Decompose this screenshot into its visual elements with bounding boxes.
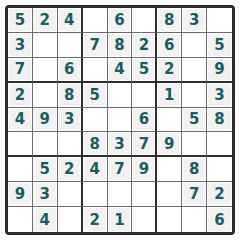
sudoku-cell-r1c5: 6 xyxy=(108,8,133,33)
sudoku-cell-r1c9[interactable] xyxy=(207,8,232,33)
sudoku-cell-r4c3: 8 xyxy=(58,83,83,108)
sudoku-cell-r9c9: 6 xyxy=(207,207,232,232)
sudoku-cell-r9c4: 2 xyxy=(83,207,108,232)
sudoku-cell-r9c5: 1 xyxy=(108,207,133,232)
sudoku-cell-r6c1[interactable] xyxy=(8,132,33,157)
sudoku-cell-r6c8[interactable] xyxy=(182,132,207,157)
sudoku-cell-r3c5: 4 xyxy=(108,58,133,83)
sudoku-cell-r6c3[interactable] xyxy=(58,132,83,157)
sudoku-cell-r7c6: 9 xyxy=(132,157,157,182)
sudoku-cell-r1c1: 5 xyxy=(8,8,33,33)
sudoku-cell-r3c6: 5 xyxy=(132,58,157,83)
sudoku-cell-r9c7[interactable] xyxy=(157,207,182,232)
sudoku-cell-r7c7[interactable] xyxy=(157,157,182,182)
sudoku-cell-r9c1[interactable] xyxy=(8,207,33,232)
sudoku-cell-r7c3: 2 xyxy=(58,157,83,182)
sudoku-cell-r7c2: 5 xyxy=(33,157,58,182)
sudoku-cell-r6c4: 8 xyxy=(83,132,108,157)
sudoku-cell-r8c5[interactable] xyxy=(108,182,133,207)
sudoku-cell-r3c8[interactable] xyxy=(182,58,207,83)
sudoku-cell-r6c5: 3 xyxy=(108,132,133,157)
sudoku-cell-r7c9[interactable] xyxy=(207,157,232,182)
sudoku-cell-r2c4: 7 xyxy=(83,33,108,58)
sudoku-cell-r7c1[interactable] xyxy=(8,157,33,182)
sudoku-cell-r8c7[interactable] xyxy=(157,182,182,207)
sudoku-cell-r2c6: 2 xyxy=(132,33,157,58)
sudoku-cell-r8c6[interactable] xyxy=(132,182,157,207)
sudoku-cell-r3c2[interactable] xyxy=(33,58,58,83)
sudoku-cell-r5c5[interactable] xyxy=(108,108,133,133)
sudoku-cell-r3c9: 9 xyxy=(207,58,232,83)
sudoku-cell-r9c2: 4 xyxy=(33,207,58,232)
sudoku-cell-r2c1: 3 xyxy=(8,33,33,58)
sudoku-cell-r9c6[interactable] xyxy=(132,207,157,232)
sudoku-cell-r6c2[interactable] xyxy=(33,132,58,157)
sudoku-cell-r2c8[interactable] xyxy=(182,33,207,58)
sudoku-cell-r1c6[interactable] xyxy=(132,8,157,33)
sudoku-cell-r8c3[interactable] xyxy=(58,182,83,207)
sudoku-cell-r4c9: 3 xyxy=(207,83,232,108)
sudoku-cell-r5c2: 9 xyxy=(33,108,58,133)
sudoku-cell-r5c1: 4 xyxy=(8,108,33,133)
sudoku-cell-r2c5: 8 xyxy=(108,33,133,58)
sudoku-cell-r7c5: 7 xyxy=(108,157,133,182)
sudoku-cell-r4c8[interactable] xyxy=(182,83,207,108)
sudoku-cell-r1c4[interactable] xyxy=(83,8,108,33)
sudoku-cell-r3c1: 7 xyxy=(8,58,33,83)
sudoku-cell-r5c7[interactable] xyxy=(157,108,182,133)
sudoku-board: 5246833782657645292851349365883795247989… xyxy=(5,5,235,235)
sudoku-cell-r6c9[interactable] xyxy=(207,132,232,157)
sudoku-cell-r4c7: 1 xyxy=(157,83,182,108)
sudoku-cell-r8c1: 9 xyxy=(8,182,33,207)
sudoku-cell-r6c7: 9 xyxy=(157,132,182,157)
sudoku-cell-r3c7: 2 xyxy=(157,58,182,83)
sudoku-cell-r4c6[interactable] xyxy=(132,83,157,108)
sudoku-cell-r8c4[interactable] xyxy=(83,182,108,207)
sudoku-cell-r9c3[interactable] xyxy=(58,207,83,232)
sudoku-cell-r3c3: 6 xyxy=(58,58,83,83)
sudoku-cell-r6c6: 7 xyxy=(132,132,157,157)
sudoku-cell-r8c9: 2 xyxy=(207,182,232,207)
sudoku-cell-r7c4: 4 xyxy=(83,157,108,182)
sudoku-cell-r1c7: 8 xyxy=(157,8,182,33)
sudoku-cell-r5c3: 3 xyxy=(58,108,83,133)
sudoku-cell-r1c8: 3 xyxy=(182,8,207,33)
sudoku-cell-r2c7: 6 xyxy=(157,33,182,58)
sudoku-cell-r8c2: 3 xyxy=(33,182,58,207)
sudoku-cell-r5c8: 5 xyxy=(182,108,207,133)
sudoku-cell-r2c9: 5 xyxy=(207,33,232,58)
sudoku-cell-r4c2[interactable] xyxy=(33,83,58,108)
sudoku-cell-r9c8[interactable] xyxy=(182,207,207,232)
sudoku-cell-r1c3: 4 xyxy=(58,8,83,33)
sudoku-cell-r2c2[interactable] xyxy=(33,33,58,58)
sudoku-cell-r5c6: 6 xyxy=(132,108,157,133)
sudoku-cell-r4c1: 2 xyxy=(8,83,33,108)
sudoku-cell-r7c8: 8 xyxy=(182,157,207,182)
sudoku-cell-r2c3[interactable] xyxy=(58,33,83,58)
sudoku-cell-r5c4[interactable] xyxy=(83,108,108,133)
sudoku-cell-r3c4[interactable] xyxy=(83,58,108,83)
sudoku-board-container: 5246833782657645292851349365883795247989… xyxy=(5,5,235,235)
sudoku-cell-r5c9: 8 xyxy=(207,108,232,133)
sudoku-cell-r4c4: 5 xyxy=(83,83,108,108)
sudoku-cell-r8c8: 7 xyxy=(182,182,207,207)
sudoku-cell-r4c5[interactable] xyxy=(108,83,133,108)
sudoku-cell-r1c2: 2 xyxy=(33,8,58,33)
